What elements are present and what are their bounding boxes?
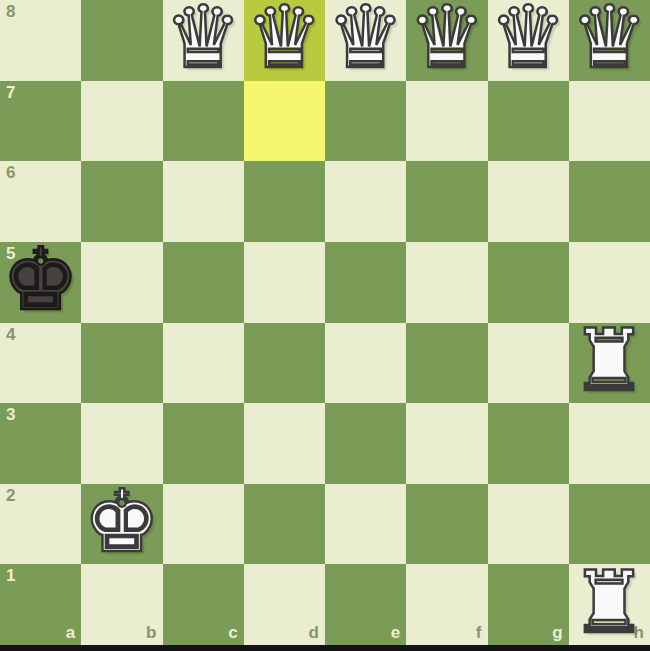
square-a5[interactable]: 5♚ (0, 242, 81, 323)
square-e1[interactable]: e (325, 564, 406, 645)
piece-white-queen[interactable]: ♛ (490, 0, 567, 77)
square-b2[interactable]: ♚ (81, 484, 162, 565)
square-d2[interactable] (244, 484, 325, 565)
chess-board: 8♛♛♛♛♛♛765♚4♜32♚1abcdefgh♜ (0, 0, 650, 645)
rank-label-3: 3 (6, 406, 15, 423)
square-c2[interactable] (163, 484, 244, 565)
square-a2[interactable]: 2 (0, 484, 81, 565)
square-e3[interactable] (325, 403, 406, 484)
square-f7[interactable] (406, 81, 487, 162)
square-d3[interactable] (244, 403, 325, 484)
file-label-g: g (552, 624, 562, 641)
square-g8[interactable]: ♛ (488, 0, 569, 81)
piece-white-queen[interactable]: ♛ (165, 0, 242, 77)
square-b6[interactable] (81, 161, 162, 242)
square-a3[interactable]: 3 (0, 403, 81, 484)
square-c1[interactable]: c (163, 564, 244, 645)
square-f2[interactable] (406, 484, 487, 565)
square-f8[interactable]: ♛ (406, 0, 487, 81)
square-h1[interactable]: h♜ (569, 564, 650, 645)
square-e8[interactable]: ♛ (325, 0, 406, 81)
square-d5[interactable] (244, 242, 325, 323)
square-g3[interactable] (488, 403, 569, 484)
piece-white-queen[interactable]: ♛ (571, 0, 648, 77)
rank-label-2: 2 (6, 487, 15, 504)
square-d8[interactable]: ♛ (244, 0, 325, 81)
piece-white-queen[interactable]: ♛ (327, 0, 404, 77)
square-h8[interactable]: ♛ (569, 0, 650, 81)
square-c5[interactable] (163, 242, 244, 323)
square-f5[interactable] (406, 242, 487, 323)
piece-white-rook[interactable]: ♜ (571, 562, 648, 642)
rank-label-7: 7 (6, 84, 15, 101)
rank-label-6: 6 (6, 164, 15, 181)
piece-white-king[interactable]: ♚ (83, 481, 160, 561)
square-e2[interactable] (325, 484, 406, 565)
square-e7[interactable] (325, 81, 406, 162)
square-d6[interactable] (244, 161, 325, 242)
file-label-e: e (391, 624, 400, 641)
square-f6[interactable] (406, 161, 487, 242)
square-d1[interactable]: d (244, 564, 325, 645)
square-g7[interactable] (488, 81, 569, 162)
chess-app-screen: 8♛♛♛♛♛♛765♚4♜32♚1abcdefgh♜ (0, 0, 650, 651)
square-f3[interactable] (406, 403, 487, 484)
piece-white-queen[interactable]: ♛ (408, 0, 485, 77)
file-label-b: b (146, 624, 156, 641)
square-c4[interactable] (163, 323, 244, 404)
file-label-a: a (66, 624, 75, 641)
square-b5[interactable] (81, 242, 162, 323)
square-f4[interactable] (406, 323, 487, 404)
piece-black-king[interactable]: ♚ (2, 239, 79, 319)
square-g5[interactable] (488, 242, 569, 323)
square-h7[interactable] (569, 81, 650, 162)
square-a1[interactable]: 1a (0, 564, 81, 645)
file-label-c: c (228, 624, 237, 641)
square-h3[interactable] (569, 403, 650, 484)
square-c6[interactable] (163, 161, 244, 242)
bottom-bar (0, 645, 650, 651)
square-d4[interactable] (244, 323, 325, 404)
square-b1[interactable]: b (81, 564, 162, 645)
square-b7[interactable] (81, 81, 162, 162)
square-b8[interactable] (81, 0, 162, 81)
square-d7[interactable] (244, 81, 325, 162)
square-a4[interactable]: 4 (0, 323, 81, 404)
piece-white-queen[interactable]: ♛ (246, 0, 323, 77)
file-label-d: d (309, 624, 319, 641)
file-label-f: f (476, 624, 482, 641)
square-c8[interactable]: ♛ (163, 0, 244, 81)
square-e4[interactable] (325, 323, 406, 404)
square-g1[interactable]: g (488, 564, 569, 645)
rank-label-1: 1 (6, 567, 15, 584)
square-g4[interactable] (488, 323, 569, 404)
square-b4[interactable] (81, 323, 162, 404)
square-g2[interactable] (488, 484, 569, 565)
square-e6[interactable] (325, 161, 406, 242)
square-f1[interactable]: f (406, 564, 487, 645)
square-c7[interactable] (163, 81, 244, 162)
square-a8[interactable]: 8 (0, 0, 81, 81)
square-h4[interactable]: ♜ (569, 323, 650, 404)
square-g6[interactable] (488, 161, 569, 242)
square-h6[interactable] (569, 161, 650, 242)
square-c3[interactable] (163, 403, 244, 484)
square-e5[interactable] (325, 242, 406, 323)
square-a7[interactable]: 7 (0, 81, 81, 162)
piece-white-rook[interactable]: ♜ (571, 320, 648, 400)
rank-label-8: 8 (6, 3, 15, 20)
